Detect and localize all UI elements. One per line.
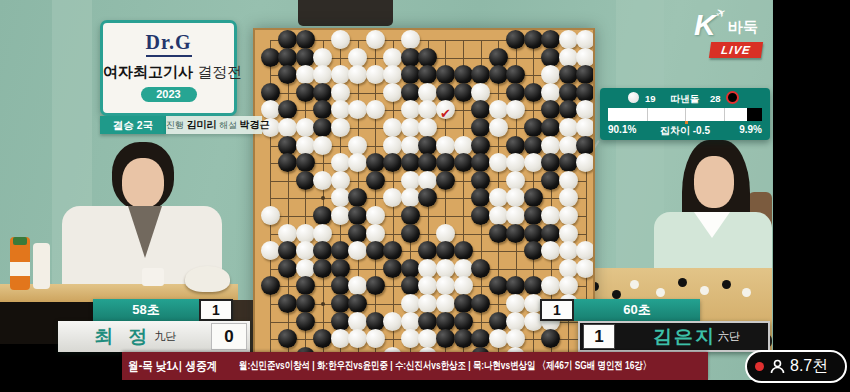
black-stone — [261, 83, 280, 102]
black-stone — [524, 206, 543, 225]
black-stone — [418, 48, 437, 67]
black-stone — [559, 65, 578, 84]
black-stone — [454, 329, 473, 348]
black-stone — [559, 153, 578, 172]
event-year-badge: 2023 — [141, 87, 197, 102]
black-stone — [524, 30, 543, 49]
white-stone — [524, 153, 543, 172]
white-stone — [436, 259, 455, 278]
round-bar: 결승 2국 진행 김미리 해설 박경근 — [100, 116, 262, 134]
event-title-suffix: 결정전 — [193, 63, 242, 80]
white-stone — [454, 259, 473, 278]
captures-label: 따낸돌 — [600, 93, 770, 106]
channel-logo: K ✈ 바둑 LIVE — [694, 8, 772, 64]
staff-credits: 진행 김미리 해설 박경근 — [166, 116, 262, 134]
white-stone — [366, 206, 385, 225]
left-timer-periods: 1 — [199, 299, 233, 321]
black-stone — [576, 83, 595, 102]
black-captures: 28 — [710, 93, 721, 104]
black-stone — [401, 206, 420, 225]
white-stone — [331, 118, 350, 137]
white-stone — [489, 118, 508, 137]
captures-row: 19 따낸돌 28 — [600, 92, 770, 105]
right-player-score: 1 — [583, 324, 615, 349]
live-dot-icon — [755, 362, 764, 371]
channel-logo-k: K — [694, 8, 714, 41]
letterbox-bottom — [0, 380, 850, 392]
last-move-check-icon: ✔ — [440, 106, 451, 121]
black-stone — [454, 153, 473, 172]
white-stone — [366, 30, 385, 49]
black-stone — [454, 312, 473, 331]
white-stone — [348, 48, 367, 67]
winrate-bar — [608, 108, 762, 121]
white-stone — [576, 48, 595, 67]
black-stone — [366, 312, 385, 331]
white-stone — [383, 48, 402, 67]
white-stone — [401, 171, 420, 190]
white-stone — [261, 100, 280, 119]
black-stone — [506, 136, 525, 155]
star-point — [321, 196, 325, 200]
black-stone — [454, 65, 473, 84]
black-stone — [489, 276, 508, 295]
black-stone — [331, 276, 350, 295]
winrate-bar-white — [608, 108, 747, 121]
white-stone — [313, 171, 332, 190]
right-player-nameplate: 1 김은지 六단 — [578, 321, 770, 352]
white-stone — [401, 118, 420, 137]
ticker-divider — [223, 358, 229, 374]
host-label: 진행 — [166, 120, 184, 130]
black-stone-icon — [726, 91, 739, 104]
black-stone — [576, 65, 595, 84]
white-stone — [454, 276, 473, 295]
schedule-ticker: 월-목 낮1시 생중계 월:신민준vs이창석 | 화:한우진vs윤민중 | 수:… — [122, 352, 708, 380]
black-stone — [489, 312, 508, 331]
viewer-counter: 8.7천 — [745, 350, 847, 383]
white-stone — [348, 312, 367, 331]
white-stone — [261, 206, 280, 225]
white-stone — [278, 224, 297, 243]
white-stone — [541, 83, 560, 102]
white-stone — [541, 136, 560, 155]
white-stone — [559, 241, 578, 260]
white-stone — [559, 136, 578, 155]
broadcast-frame: ✔ Dr.G 여자최고기사 결정전 2023 결승 2국 진행 김미리 해설 박… — [0, 0, 850, 392]
black-stone — [524, 224, 543, 243]
black-stone — [489, 65, 508, 84]
viewer-count: 8.7천 — [790, 356, 828, 377]
black-stone — [366, 241, 385, 260]
black-stone — [489, 48, 508, 67]
black-stone — [489, 224, 508, 243]
white-stone — [331, 83, 350, 102]
white-stone — [313, 224, 332, 243]
white-stone — [401, 312, 420, 331]
bottle-cap — [13, 237, 27, 245]
white-stone — [401, 329, 420, 348]
left-player-timer: 58초 1 — [93, 299, 233, 321]
black-stone — [418, 312, 437, 331]
black-stone — [401, 48, 420, 67]
black-stone — [471, 118, 490, 137]
white-stone — [366, 65, 385, 84]
logo-underline — [146, 55, 192, 57]
black-stone — [296, 83, 315, 102]
white-stone — [331, 153, 350, 172]
white-stone — [348, 136, 367, 155]
black-stone — [471, 259, 490, 278]
black-stone — [278, 259, 297, 278]
white-stone — [383, 136, 402, 155]
black-stone — [296, 294, 315, 313]
bottle-label — [10, 262, 30, 276]
left-player-name: 최 정 — [94, 324, 152, 350]
white-stone — [454, 136, 473, 155]
white-stone — [261, 241, 280, 260]
black-stone — [401, 153, 420, 172]
white-stone — [313, 136, 332, 155]
black-winrate: 9.9% — [739, 124, 762, 135]
white-stone — [313, 48, 332, 67]
black-stone — [261, 276, 280, 295]
black-stone — [436, 312, 455, 331]
black-stone — [331, 294, 350, 313]
black-stone — [436, 83, 455, 102]
black-stone — [296, 153, 315, 172]
black-stone — [296, 276, 315, 295]
right-player-rank: 六단 — [718, 329, 740, 344]
white-stone — [489, 329, 508, 348]
white-stone — [331, 206, 350, 225]
bar-tick — [647, 108, 648, 121]
black-stone — [401, 259, 420, 278]
right-player-face — [694, 156, 734, 208]
host-name: 김미리 — [187, 119, 217, 130]
white-stone — [436, 224, 455, 243]
black-stone — [471, 206, 490, 225]
white-stone — [489, 206, 508, 225]
bar-tick — [724, 108, 725, 121]
live-badge: LIVE — [709, 42, 763, 58]
ticker-label: 월-목 낮1시 생중계 — [128, 358, 217, 375]
white-stone — [559, 118, 578, 137]
white-stone — [576, 118, 595, 137]
event-title-main: 여자최고기사 — [103, 63, 193, 80]
black-stone — [506, 224, 525, 243]
black-stone — [541, 171, 560, 190]
white-stone — [576, 259, 595, 278]
white-stone — [366, 329, 385, 348]
black-stone — [313, 259, 332, 278]
white-stone — [506, 171, 525, 190]
white-stone — [576, 100, 595, 119]
black-stone — [524, 118, 543, 137]
white-stone — [331, 100, 350, 119]
white-stone — [559, 259, 578, 278]
commentator-label: 해설 — [219, 120, 237, 130]
right-timer-periods: 1 — [540, 299, 574, 321]
white-stone — [576, 30, 595, 49]
black-stone — [524, 241, 543, 260]
black-stone — [454, 83, 473, 102]
white-stone — [559, 30, 578, 49]
white-stone — [489, 188, 508, 207]
white-stone — [401, 294, 420, 313]
white-stone — [296, 259, 315, 278]
white-stone — [331, 171, 350, 190]
black-stone — [278, 48, 297, 67]
ticker-divider — [226, 358, 232, 374]
black-stone — [296, 312, 315, 331]
white-stone — [383, 83, 402, 102]
white-stone — [576, 153, 595, 172]
black-stone — [418, 136, 437, 155]
white-stone — [401, 30, 420, 49]
black-stone — [366, 153, 385, 172]
white-stone — [436, 294, 455, 313]
left-player-score: 0 — [211, 323, 247, 350]
black-stone — [331, 259, 350, 278]
white-stone — [296, 241, 315, 260]
left-player-rank: 九단 — [154, 329, 176, 344]
letterbox-right — [773, 0, 850, 392]
white-stone-bowl — [185, 266, 230, 292]
person-icon — [769, 358, 786, 375]
white-stone — [296, 65, 315, 84]
plane-icon: ✈ — [713, 4, 728, 21]
black-stone — [541, 48, 560, 67]
black-stone — [471, 294, 490, 313]
white-stone — [559, 171, 578, 190]
black-stone — [261, 48, 280, 67]
round-label: 결승 2국 — [100, 116, 166, 134]
star-point — [321, 302, 325, 306]
black-stone — [348, 224, 367, 243]
white-stone — [401, 136, 420, 155]
black-stone — [436, 171, 455, 190]
white-stone — [278, 118, 297, 137]
black-stone — [331, 312, 350, 331]
black-stone — [471, 171, 490, 190]
white-stone — [331, 30, 350, 49]
black-stone — [454, 241, 473, 260]
white-stone — [383, 312, 402, 331]
black-stone — [471, 136, 490, 155]
black-stone — [506, 83, 525, 102]
left-player-face — [122, 158, 164, 208]
paper-cup — [142, 268, 164, 286]
white-stone — [559, 206, 578, 225]
event-title: 여자최고기사 결정전 — [103, 63, 234, 82]
black-stone — [313, 118, 332, 137]
white-stone — [331, 188, 350, 207]
black-stone — [383, 259, 402, 278]
black-stone — [313, 83, 332, 102]
title-card: Dr.G 여자최고기사 결정전 2023 — [100, 20, 237, 116]
black-stone — [278, 136, 297, 155]
left-timer-seconds: 58초 — [93, 299, 199, 321]
black-stone — [331, 241, 350, 260]
white-stone — [296, 224, 315, 243]
black-stone — [524, 83, 543, 102]
white-stone — [506, 312, 525, 331]
black-stone — [296, 171, 315, 190]
black-stone — [524, 136, 543, 155]
white-stone — [559, 224, 578, 243]
ai-scoreboard: 19 따낸돌 28 90.1% 집차이 -0.5 9.9% — [600, 88, 770, 140]
right-timer-seconds: 60초 — [574, 299, 700, 321]
studio-prop — [298, 0, 393, 26]
black-stone — [296, 48, 315, 67]
black-stone — [366, 171, 385, 190]
left-player-nameplate: 최 정 九단 0 — [58, 321, 250, 352]
white-stone — [576, 241, 595, 260]
white-stone — [489, 100, 508, 119]
black-stone — [559, 83, 578, 102]
white-stone — [559, 48, 578, 67]
white-stone — [471, 83, 490, 102]
white-stone — [331, 329, 350, 348]
white-stone — [296, 118, 315, 137]
white-stone — [296, 136, 315, 155]
water-bottle — [33, 243, 50, 289]
black-stone — [296, 30, 315, 49]
sponsor-logo: Dr.G — [103, 31, 234, 54]
black-stone — [454, 294, 473, 313]
black-stone — [313, 206, 332, 225]
white-stone — [436, 136, 455, 155]
right-player-name: 김은지 — [653, 324, 716, 350]
black-stone — [278, 30, 297, 49]
black-stone — [278, 294, 297, 313]
commentator-name: 박경근 — [240, 119, 270, 130]
black-stone — [401, 65, 420, 84]
channel-logo-text: 바둑 — [728, 18, 758, 37]
white-stone — [366, 224, 385, 243]
black-stone — [576, 136, 595, 155]
bar-tick — [685, 108, 686, 121]
black-stone — [541, 224, 560, 243]
white-stone — [489, 153, 508, 172]
black-stone — [401, 224, 420, 243]
right-player-timer: 1 60초 — [540, 299, 700, 321]
ticker-schedule: 월:신민준vs이창석 | 화:한우진vs윤민중 | 수:신진서vs한상조 | 목… — [239, 359, 651, 373]
white-stone — [331, 65, 350, 84]
black-stone — [401, 83, 420, 102]
